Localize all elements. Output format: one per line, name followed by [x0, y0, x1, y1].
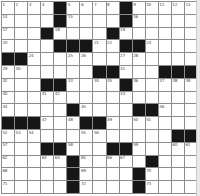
- white-cell[interactable]: [146, 143, 158, 155]
- clue-number: 41: [42, 91, 47, 96]
- clue-number: 28: [133, 53, 138, 58]
- white-cell[interactable]: [41, 53, 53, 65]
- clue-number: 31: [120, 66, 125, 71]
- white-cell[interactable]: [159, 156, 171, 168]
- white-cell[interactable]: 58: [67, 143, 79, 155]
- black-cell: [67, 40, 79, 52]
- clue-number: 38: [172, 78, 177, 83]
- black-cell: [120, 143, 132, 155]
- clue-number: 65: [81, 155, 86, 160]
- white-cell[interactable]: 28: [133, 53, 145, 65]
- white-cell[interactable]: 12: [172, 2, 184, 14]
- white-cell[interactable]: [41, 15, 53, 27]
- clue-number: 29: [3, 66, 8, 71]
- white-cell[interactable]: [159, 92, 171, 104]
- white-cell[interactable]: [172, 117, 184, 129]
- white-cell[interactable]: 40: [2, 92, 14, 104]
- white-cell[interactable]: 29: [2, 66, 14, 78]
- white-cell[interactable]: [54, 66, 66, 78]
- white-cell[interactable]: 49: [107, 117, 119, 129]
- black-cell: [54, 15, 66, 27]
- clue-number: 25: [68, 53, 73, 58]
- white-cell[interactable]: [185, 156, 197, 168]
- clue-number: 48: [68, 117, 73, 122]
- white-cell[interactable]: 53: [15, 130, 27, 142]
- clue-number: 45: [81, 104, 86, 109]
- clue-number: 56: [94, 130, 99, 135]
- white-cell[interactable]: [107, 168, 119, 180]
- black-cell: [107, 28, 119, 40]
- clue-number: 49: [107, 117, 112, 122]
- white-cell[interactable]: 20: [2, 40, 14, 52]
- white-cell[interactable]: [146, 15, 158, 27]
- white-cell[interactable]: [41, 181, 53, 193]
- black-cell: [120, 79, 132, 91]
- white-cell[interactable]: [185, 28, 197, 40]
- black-cell: [41, 143, 53, 155]
- white-cell[interactable]: [67, 92, 79, 104]
- white-cell[interactable]: 33: [67, 79, 79, 91]
- black-cell: [120, 40, 132, 52]
- clue-number: 6: [81, 2, 83, 7]
- white-cell[interactable]: 51: [146, 117, 158, 129]
- white-cell[interactable]: [93, 92, 105, 104]
- black-cell: [107, 143, 119, 155]
- white-cell[interactable]: [15, 104, 27, 116]
- white-cell[interactable]: 47: [41, 117, 53, 129]
- white-cell[interactable]: 54: [28, 130, 40, 142]
- white-cell[interactable]: 52: [2, 130, 14, 142]
- white-cell[interactable]: 69: [80, 168, 92, 180]
- black-cell: [133, 104, 145, 116]
- clue-number: 20: [3, 40, 8, 45]
- clue-number: 18: [55, 27, 60, 32]
- white-cell[interactable]: 43: [120, 92, 132, 104]
- white-cell[interactable]: [185, 117, 197, 129]
- black-cell: [67, 104, 79, 116]
- clue-number: 52: [3, 130, 8, 135]
- white-cell[interactable]: [146, 130, 158, 142]
- black-cell: [185, 66, 197, 78]
- black-cell: [67, 156, 79, 168]
- clue-number: 12: [172, 2, 177, 7]
- clue-number: 50: [133, 117, 138, 122]
- black-cell: [41, 28, 53, 40]
- clue-number: 59: [133, 142, 138, 147]
- white-cell[interactable]: [15, 168, 27, 180]
- white-cell[interactable]: 73: [146, 181, 158, 193]
- white-cell[interactable]: 11: [159, 2, 171, 14]
- white-cell[interactable]: [54, 104, 66, 116]
- white-cell[interactable]: [185, 181, 197, 193]
- clue-number: 30: [16, 66, 21, 71]
- clue-number: 8: [107, 2, 109, 7]
- white-cell[interactable]: [159, 168, 171, 180]
- white-cell[interactable]: 57: [2, 143, 14, 155]
- clue-number: 64: [55, 155, 60, 160]
- clue-number: 11: [159, 2, 164, 7]
- clue-number: 72: [81, 181, 86, 186]
- white-cell[interactable]: [54, 168, 66, 180]
- white-cell[interactable]: 64: [54, 156, 66, 168]
- white-cell[interactable]: [185, 104, 197, 116]
- clue-number: 32: [3, 78, 8, 83]
- clue-number: 43: [120, 91, 125, 96]
- white-cell[interactable]: 67: [120, 156, 132, 168]
- white-cell[interactable]: 44: [2, 104, 14, 116]
- white-cell[interactable]: 35: [107, 79, 119, 91]
- black-cell: [54, 2, 66, 14]
- white-cell[interactable]: [146, 66, 158, 78]
- black-cell: [133, 168, 145, 180]
- clue-number: 33: [68, 78, 73, 83]
- white-cell[interactable]: 55: [80, 130, 92, 142]
- clue-number: 57: [3, 142, 8, 147]
- white-cell[interactable]: [41, 66, 53, 78]
- clue-number: 13: [185, 2, 190, 7]
- white-cell[interactable]: [172, 40, 184, 52]
- black-cell: [28, 117, 40, 129]
- white-cell[interactable]: [28, 79, 40, 91]
- clue-number: 19: [120, 27, 125, 32]
- white-cell[interactable]: [67, 66, 79, 78]
- white-cell[interactable]: 71: [2, 181, 14, 193]
- white-cell[interactable]: [120, 130, 132, 142]
- black-cell: [80, 117, 92, 129]
- clue-number: 10: [146, 2, 151, 7]
- white-cell[interactable]: [80, 15, 92, 27]
- black-cell: [146, 104, 158, 116]
- white-cell[interactable]: 17: [2, 28, 14, 40]
- clue-number: 62: [3, 155, 8, 160]
- clue-number: 36: [133, 78, 138, 83]
- white-cell[interactable]: 63: [41, 156, 53, 168]
- white-cell[interactable]: [28, 143, 40, 155]
- clue-number: 42: [55, 91, 60, 96]
- clue-number: 46: [159, 104, 164, 109]
- clue-number: 44: [3, 104, 8, 109]
- white-cell[interactable]: [159, 15, 171, 27]
- white-cell[interactable]: [28, 104, 40, 116]
- white-cell[interactable]: 9: [133, 2, 145, 14]
- black-cell: [185, 130, 197, 142]
- clue-number: 24: [29, 53, 34, 58]
- white-cell[interactable]: [28, 40, 40, 52]
- white-cell[interactable]: 30: [15, 66, 27, 78]
- white-cell[interactable]: [120, 104, 132, 116]
- white-cell[interactable]: [54, 117, 66, 129]
- white-cell[interactable]: [54, 53, 66, 65]
- white-cell[interactable]: 37: [159, 79, 171, 91]
- black-cell: [41, 79, 53, 91]
- white-cell[interactable]: [41, 168, 53, 180]
- white-cell[interactable]: 7: [93, 2, 105, 14]
- white-cell[interactable]: [120, 117, 132, 129]
- black-cell: [93, 117, 105, 129]
- clue-number: 60: [172, 142, 177, 147]
- white-cell[interactable]: [28, 92, 40, 104]
- white-cell[interactable]: 42: [54, 92, 66, 104]
- black-cell: [93, 66, 105, 78]
- white-cell[interactable]: 16: [133, 15, 145, 27]
- white-cell[interactable]: 60: [172, 143, 184, 155]
- white-cell[interactable]: [28, 168, 40, 180]
- white-cell[interactable]: 10: [146, 2, 158, 14]
- white-cell[interactable]: 48: [67, 117, 79, 129]
- white-cell[interactable]: 26: [80, 53, 92, 65]
- white-cell[interactable]: 5: [67, 2, 79, 14]
- white-cell[interactable]: [54, 181, 66, 193]
- white-cell[interactable]: [28, 15, 40, 27]
- white-cell[interactable]: 56: [93, 130, 105, 142]
- clue-number: 54: [29, 130, 34, 135]
- white-cell[interactable]: [93, 181, 105, 193]
- white-cell[interactable]: 61: [185, 143, 197, 155]
- white-cell[interactable]: [159, 181, 171, 193]
- white-cell[interactable]: [159, 130, 171, 142]
- black-cell: [146, 156, 158, 168]
- white-cell[interactable]: [54, 130, 66, 142]
- white-cell[interactable]: 18: [54, 28, 66, 40]
- white-cell[interactable]: [107, 181, 119, 193]
- white-cell[interactable]: 22: [107, 40, 119, 52]
- white-cell[interactable]: [93, 28, 105, 40]
- clue-number: 37: [159, 78, 164, 83]
- crossword-board: 1234567891011121314151617181920212223242…: [1, 1, 198, 194]
- white-cell[interactable]: 19: [120, 28, 132, 40]
- white-cell[interactable]: [28, 181, 40, 193]
- white-cell[interactable]: [133, 130, 145, 142]
- white-cell[interactable]: [172, 181, 184, 193]
- clue-number: 53: [16, 130, 21, 135]
- white-cell[interactable]: [120, 181, 132, 193]
- white-cell[interactable]: [93, 15, 105, 27]
- clue-number: 67: [120, 155, 125, 160]
- white-cell[interactable]: [172, 168, 184, 180]
- white-cell[interactable]: [120, 168, 132, 180]
- black-cell: [54, 143, 66, 155]
- clue-number: 1: [3, 2, 5, 7]
- white-cell[interactable]: [15, 181, 27, 193]
- white-cell[interactable]: [15, 156, 27, 168]
- white-cell[interactable]: 21: [93, 40, 105, 52]
- white-cell[interactable]: [93, 168, 105, 180]
- white-cell[interactable]: [133, 66, 145, 78]
- black-cell: [67, 181, 79, 193]
- white-cell[interactable]: [15, 143, 27, 155]
- white-cell[interactable]: [159, 28, 171, 40]
- black-cell: [80, 40, 92, 52]
- black-cell: [54, 79, 66, 91]
- white-cell[interactable]: 31: [120, 66, 132, 78]
- clue-number: 9: [133, 2, 135, 7]
- clue-number: 2: [16, 2, 18, 7]
- black-cell: [159, 66, 171, 78]
- clue-number: 71: [3, 181, 8, 186]
- clue-number: 4: [42, 2, 44, 7]
- white-cell[interactable]: [15, 79, 27, 91]
- clue-number: 23: [146, 40, 151, 45]
- white-cell[interactable]: 8: [107, 2, 119, 14]
- white-cell[interactable]: 41: [41, 92, 53, 104]
- white-cell[interactable]: [159, 40, 171, 52]
- black-cell: [172, 66, 184, 78]
- white-cell[interactable]: 13: [185, 2, 197, 14]
- white-cell[interactable]: [172, 92, 184, 104]
- white-cell[interactable]: [15, 92, 27, 104]
- clue-number: 5: [68, 2, 70, 7]
- white-cell[interactable]: [80, 66, 92, 78]
- black-cell: [54, 40, 66, 52]
- white-cell[interactable]: [133, 156, 145, 168]
- clue-number: 35: [107, 78, 112, 83]
- white-cell[interactable]: [146, 79, 158, 91]
- white-cell[interactable]: 50: [133, 117, 145, 129]
- clue-number: 51: [146, 117, 151, 122]
- white-cell[interactable]: [93, 143, 105, 155]
- black-cell: [2, 53, 14, 65]
- white-cell[interactable]: [80, 28, 92, 40]
- white-cell[interactable]: 27: [120, 53, 132, 65]
- crossword-page: 1234567891011121314151617181920212223242…: [0, 0, 200, 196]
- white-cell[interactable]: [80, 79, 92, 91]
- white-cell[interactable]: [80, 92, 92, 104]
- white-cell[interactable]: 14: [2, 15, 14, 27]
- clue-number: 15: [68, 14, 73, 19]
- white-cell[interactable]: [146, 28, 158, 40]
- clue-number: 21: [94, 40, 99, 45]
- white-cell[interactable]: [185, 40, 197, 52]
- white-cell[interactable]: 68: [2, 168, 14, 180]
- white-cell[interactable]: 15: [67, 15, 79, 27]
- clue-number: 68: [3, 168, 8, 173]
- white-cell[interactable]: [133, 92, 145, 104]
- white-cell[interactable]: [41, 130, 53, 142]
- black-cell: [15, 117, 27, 129]
- white-cell[interactable]: [41, 104, 53, 116]
- white-cell[interactable]: [185, 92, 197, 104]
- white-cell[interactable]: [159, 143, 171, 155]
- white-cell[interactable]: [146, 92, 158, 104]
- white-cell[interactable]: [67, 130, 79, 142]
- white-cell[interactable]: 2: [15, 2, 27, 14]
- white-cell[interactable]: [67, 28, 79, 40]
- white-cell[interactable]: [185, 168, 197, 180]
- white-cell[interactable]: [93, 53, 105, 65]
- white-cell[interactable]: [93, 104, 105, 116]
- white-cell[interactable]: 45: [80, 104, 92, 116]
- clue-number: 14: [3, 14, 8, 19]
- white-cell[interactable]: 34: [93, 79, 105, 91]
- white-cell[interactable]: [185, 15, 197, 27]
- clue-number: 34: [94, 78, 99, 83]
- white-cell[interactable]: [172, 15, 184, 27]
- white-cell[interactable]: [159, 117, 171, 129]
- white-cell[interactable]: [15, 28, 27, 40]
- white-cell[interactable]: [41, 40, 53, 52]
- black-cell: [2, 117, 14, 129]
- clue-number: 7: [94, 2, 96, 7]
- white-cell[interactable]: [107, 104, 119, 116]
- white-cell[interactable]: [15, 40, 27, 52]
- white-cell[interactable]: [185, 53, 197, 65]
- black-cell: [67, 168, 79, 180]
- clue-number: 58: [68, 142, 73, 147]
- white-cell[interactable]: [172, 28, 184, 40]
- clue-number: 26: [81, 53, 86, 58]
- white-cell[interactable]: 36: [133, 79, 145, 91]
- white-cell[interactable]: 59: [133, 143, 145, 155]
- black-cell: [133, 40, 145, 52]
- white-cell[interactable]: [107, 92, 119, 104]
- clue-number: 3: [29, 2, 31, 7]
- white-cell[interactable]: [172, 53, 184, 65]
- black-cell: [133, 181, 145, 193]
- white-cell[interactable]: 25: [67, 53, 79, 65]
- white-cell[interactable]: [93, 156, 105, 168]
- white-cell[interactable]: [146, 53, 158, 65]
- white-cell[interactable]: [28, 28, 40, 40]
- clue-number: 27: [120, 53, 125, 58]
- black-cell: [107, 66, 119, 78]
- clue-number: 73: [146, 181, 151, 186]
- clue-number: 55: [81, 130, 86, 135]
- clue-number: 63: [42, 155, 47, 160]
- clue-number: 17: [3, 27, 8, 32]
- clue-number: 47: [42, 117, 47, 122]
- clue-number: 61: [185, 142, 190, 147]
- white-cell[interactable]: 72: [80, 181, 92, 193]
- black-cell: [172, 130, 184, 142]
- white-cell[interactable]: [15, 15, 27, 27]
- white-cell[interactable]: 66: [107, 156, 119, 168]
- black-cell: [120, 2, 132, 14]
- white-cell[interactable]: 38: [172, 79, 184, 91]
- white-cell[interactable]: [107, 15, 119, 27]
- white-cell[interactable]: 70: [146, 168, 158, 180]
- white-cell[interactable]: [28, 66, 40, 78]
- white-cell[interactable]: [107, 130, 119, 142]
- white-cell[interactable]: [172, 104, 184, 116]
- clue-number: 40: [3, 91, 8, 96]
- clue-number: 69: [81, 168, 86, 173]
- white-cell[interactable]: 62: [2, 156, 14, 168]
- black-cell: [15, 53, 27, 65]
- black-cell: [120, 15, 132, 27]
- clue-number: 66: [107, 155, 112, 160]
- white-cell[interactable]: 3: [28, 2, 40, 14]
- white-cell[interactable]: 6: [80, 2, 92, 14]
- white-cell[interactable]: 1: [2, 2, 14, 14]
- white-cell[interactable]: 24: [28, 53, 40, 65]
- white-cell[interactable]: 46: [159, 104, 171, 116]
- white-cell[interactable]: 32: [2, 79, 14, 91]
- white-cell[interactable]: [172, 156, 184, 168]
- white-cell[interactable]: [107, 53, 119, 65]
- white-cell[interactable]: 65: [80, 156, 92, 168]
- clue-number: 22: [107, 40, 112, 45]
- white-cell[interactable]: 39: [185, 79, 197, 91]
- white-cell[interactable]: 23: [146, 40, 158, 52]
- white-cell[interactable]: 4: [41, 2, 53, 14]
- white-cell[interactable]: [159, 53, 171, 65]
- clue-number: 39: [185, 78, 190, 83]
- clue-number: 70: [146, 168, 151, 173]
- white-cell[interactable]: [133, 28, 145, 40]
- white-cell[interactable]: [80, 143, 92, 155]
- clue-number: 16: [133, 14, 138, 19]
- white-cell[interactable]: [28, 156, 40, 168]
